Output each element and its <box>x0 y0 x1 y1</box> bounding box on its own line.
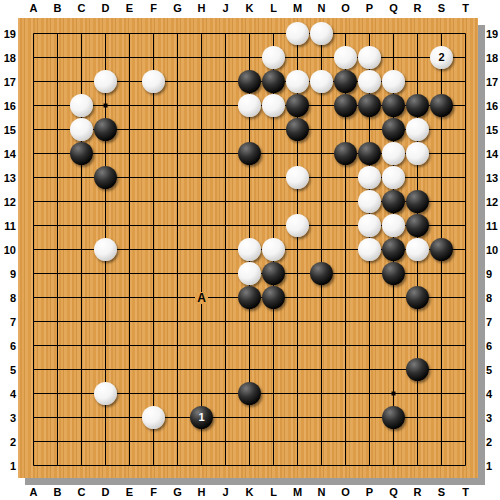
stone-white[interactable] <box>358 214 381 237</box>
coord-label-top: T <box>462 1 469 15</box>
coord-label-right: 3 <box>486 411 492 425</box>
coord-label-right: 18 <box>486 51 498 65</box>
coord-label-right: 11 <box>486 219 498 233</box>
stone-white[interactable] <box>382 166 405 189</box>
coord-label-left: 10 <box>1 243 16 257</box>
stone-black[interactable] <box>238 70 261 93</box>
stone-white[interactable] <box>94 70 117 93</box>
go-diagram: 21A AABBCCDDEEFFGGHHJJKKLLMMNNOOPPQQRRSS… <box>0 0 500 500</box>
coord-label-bottom: O <box>341 485 350 499</box>
coord-label-left: 17 <box>1 75 16 89</box>
coord-label-top: Q <box>389 1 398 15</box>
coord-label-top: S <box>438 1 445 15</box>
stone-black[interactable] <box>406 94 429 117</box>
coord-label-top: E <box>126 1 133 15</box>
coord-label-top: N <box>318 1 326 15</box>
coord-label-top: K <box>246 1 254 15</box>
stones-layer: 21A <box>22 22 478 478</box>
coord-label-left: 12 <box>1 195 16 209</box>
stone-black[interactable] <box>334 70 357 93</box>
stone-black[interactable] <box>94 166 117 189</box>
coord-label-left: 2 <box>1 435 16 449</box>
stone-black[interactable] <box>406 358 429 381</box>
stone-black[interactable] <box>334 94 357 117</box>
stone-black[interactable] <box>406 214 429 237</box>
coord-label-bottom: E <box>126 485 133 499</box>
stone-black[interactable] <box>382 238 405 261</box>
stone-black[interactable] <box>262 70 285 93</box>
stone-black[interactable] <box>382 94 405 117</box>
stone-black[interactable] <box>406 190 429 213</box>
coord-label-left: 8 <box>1 291 16 305</box>
move-number-label: 1 <box>198 412 204 423</box>
stone-black[interactable] <box>382 262 405 285</box>
coord-label-bottom: K <box>246 485 254 499</box>
stone-white[interactable] <box>238 238 261 261</box>
stone-black[interactable] <box>430 94 453 117</box>
stone-white[interactable] <box>70 118 93 141</box>
stone-black[interactable] <box>358 142 381 165</box>
stone-white[interactable] <box>310 70 333 93</box>
stone-black[interactable] <box>310 262 333 285</box>
coord-label-left: 3 <box>1 411 16 425</box>
stone-black[interactable]: 1 <box>190 406 213 429</box>
stone-black[interactable] <box>262 262 285 285</box>
coord-label-right: 6 <box>486 339 492 353</box>
coord-label-top: C <box>78 1 86 15</box>
coord-label-left: 6 <box>1 339 16 353</box>
coord-label-left: 11 <box>1 219 16 233</box>
coord-label-bottom: D <box>102 485 110 499</box>
stone-white[interactable] <box>142 70 165 93</box>
coord-label-top: R <box>414 1 422 15</box>
coord-label-left: 1 <box>1 459 16 473</box>
stone-black[interactable] <box>238 142 261 165</box>
stone-white[interactable] <box>262 94 285 117</box>
coord-label-right: 15 <box>486 123 498 137</box>
stone-black[interactable] <box>286 118 309 141</box>
stone-white[interactable] <box>358 166 381 189</box>
stone-black[interactable] <box>238 286 261 309</box>
coord-label-right: 16 <box>486 99 498 113</box>
stone-white[interactable] <box>358 190 381 213</box>
coord-label-right: 14 <box>486 147 498 161</box>
coord-label-bottom: P <box>366 485 373 499</box>
stone-white[interactable] <box>334 46 357 69</box>
stone-white[interactable] <box>382 214 405 237</box>
coord-label-right: 4 <box>486 387 492 401</box>
stone-white[interactable] <box>358 238 381 261</box>
coord-label-top: M <box>293 1 302 15</box>
stone-white[interactable] <box>286 214 309 237</box>
coord-label-bottom: B <box>54 485 62 499</box>
coord-label-left: 19 <box>1 27 16 41</box>
coord-label-top: P <box>366 1 373 15</box>
stone-black[interactable] <box>382 406 405 429</box>
coord-label-left: 5 <box>1 363 16 377</box>
stone-white[interactable] <box>238 262 261 285</box>
coord-label-bottom: L <box>270 485 277 499</box>
stone-black[interactable] <box>406 286 429 309</box>
coord-label-bottom: G <box>173 485 182 499</box>
coord-label-bottom: S <box>438 485 445 499</box>
stone-white[interactable] <box>262 238 285 261</box>
coord-label-right: 17 <box>486 75 498 89</box>
stone-white[interactable] <box>358 70 381 93</box>
coord-label-left: 4 <box>1 387 16 401</box>
coord-label-left: 18 <box>1 51 16 65</box>
coord-label-bottom: T <box>462 485 469 499</box>
coord-label-right: 1 <box>486 459 492 473</box>
coord-label-left: 14 <box>1 147 16 161</box>
stone-black[interactable] <box>94 118 117 141</box>
coord-label-right: 12 <box>486 195 498 209</box>
coord-label-top: G <box>173 1 182 15</box>
stone-white[interactable] <box>262 46 285 69</box>
coord-label-bottom: N <box>318 485 326 499</box>
stone-black[interactable] <box>430 238 453 261</box>
coord-label-left: 15 <box>1 123 16 137</box>
stone-white[interactable] <box>310 22 333 45</box>
stone-white[interactable]: 2 <box>430 46 453 69</box>
stone-black[interactable] <box>382 118 405 141</box>
coord-label-left: 9 <box>1 267 16 281</box>
coord-label-bottom: F <box>150 485 157 499</box>
coord-label-top: O <box>341 1 350 15</box>
coord-label-top: H <box>198 1 206 15</box>
stone-white[interactable] <box>238 94 261 117</box>
coord-label-left: 16 <box>1 99 16 113</box>
stone-white[interactable] <box>94 382 117 405</box>
stone-white[interactable] <box>286 22 309 45</box>
coord-label-top: A <box>30 1 38 15</box>
goban[interactable]: 21A <box>18 18 478 478</box>
stone-black[interactable] <box>262 286 285 309</box>
stone-white[interactable] <box>70 94 93 117</box>
stone-black[interactable] <box>238 382 261 405</box>
coord-label-right: 5 <box>486 363 492 377</box>
stone-black[interactable] <box>382 190 405 213</box>
coord-label-top: L <box>270 1 277 15</box>
stone-black[interactable] <box>358 94 381 117</box>
coord-label-bottom: R <box>414 485 422 499</box>
stone-black[interactable] <box>70 142 93 165</box>
move-number-label: 2 <box>438 52 444 63</box>
stone-white[interactable] <box>406 118 429 141</box>
coord-label-right: 8 <box>486 291 492 305</box>
stone-white[interactable] <box>142 406 165 429</box>
coord-label-right: 13 <box>486 171 498 185</box>
coord-label-top: D <box>102 1 110 15</box>
coord-label-right: 2 <box>486 435 492 449</box>
coord-label-bottom: M <box>293 485 302 499</box>
coord-label-left: 13 <box>1 171 16 185</box>
point-label-A[interactable]: A <box>195 292 208 304</box>
stone-white[interactable] <box>94 238 117 261</box>
stone-black[interactable] <box>334 142 357 165</box>
stone-white[interactable] <box>382 70 405 93</box>
coord-label-right: 7 <box>486 315 492 329</box>
stone-black[interactable] <box>286 94 309 117</box>
coord-label-right: 9 <box>486 267 492 281</box>
stone-white[interactable] <box>406 238 429 261</box>
coord-label-bottom: C <box>78 485 86 499</box>
coord-label-left: 7 <box>1 315 16 329</box>
coord-label-top: F <box>150 1 157 15</box>
stone-white[interactable] <box>382 142 405 165</box>
coord-label-top: J <box>222 1 228 15</box>
coord-label-right: 10 <box>486 243 498 257</box>
stone-white[interactable] <box>286 166 309 189</box>
coord-label-bottom: H <box>198 485 206 499</box>
coord-label-right: 19 <box>486 27 498 41</box>
coord-label-bottom: A <box>30 485 38 499</box>
stone-white[interactable] <box>406 142 429 165</box>
coord-label-bottom: Q <box>389 485 398 499</box>
stone-white[interactable] <box>286 70 309 93</box>
stone-white[interactable] <box>358 46 381 69</box>
coord-label-top: B <box>54 1 62 15</box>
coord-label-bottom: J <box>222 485 228 499</box>
